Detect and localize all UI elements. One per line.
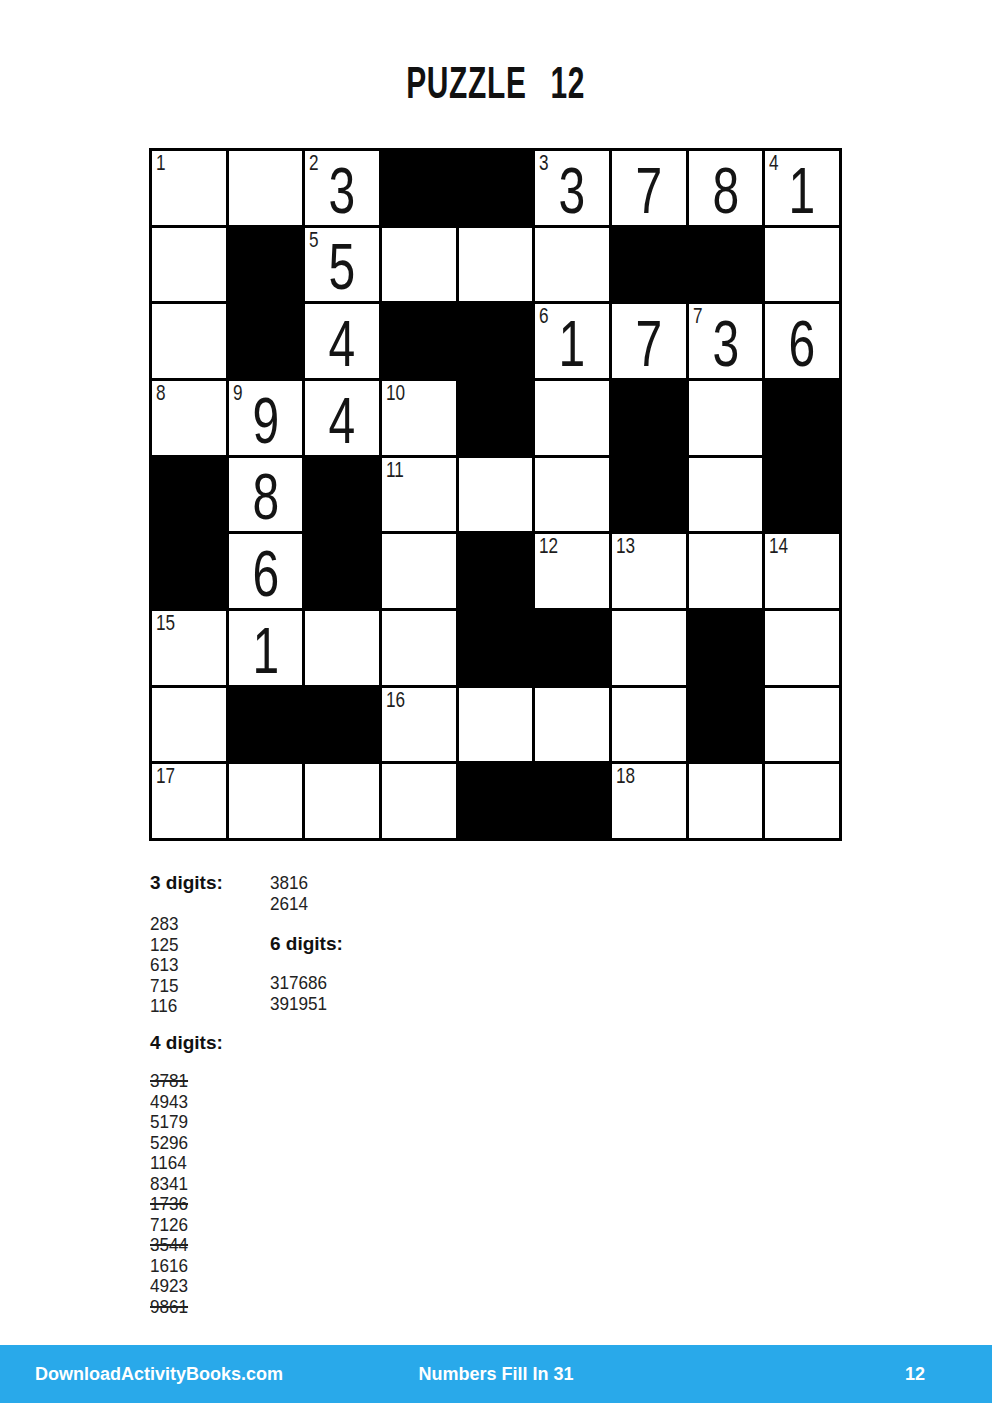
word-list-number: 7126 [150, 1215, 197, 1236]
clue-number: 8 [156, 381, 166, 405]
word-list-number: 4943 [150, 1092, 197, 1113]
white-cell[interactable]: 7 [612, 151, 686, 225]
clue-number: 13 [616, 534, 635, 558]
word-list-number: 4923 [150, 1276, 197, 1297]
six-digits-header-block: 6 digits: [270, 933, 343, 955]
word-list-number: 613 [150, 955, 179, 976]
cell-digit: 5 [329, 235, 356, 299]
black-cell [612, 228, 686, 302]
word-list-number: 8341 [150, 1174, 197, 1195]
white-cell[interactable]: 7 [612, 304, 686, 378]
white-cell[interactable] [765, 764, 839, 838]
clue-number: 2 [309, 151, 319, 175]
white-cell[interactable]: 14 [765, 534, 839, 608]
white-cell[interactable]: 4 [305, 304, 379, 378]
white-cell[interactable]: 8 [152, 381, 226, 455]
clue-number: 14 [769, 534, 788, 558]
cell-digit: 7 [635, 159, 662, 223]
cell-digit: 3 [329, 159, 356, 223]
cell-digit: 9 [252, 389, 279, 453]
black-cell [459, 764, 533, 838]
white-cell[interactable]: 33 [535, 151, 609, 225]
cell-digit: 8 [252, 465, 279, 529]
three-digits-header-block: 3 digits: [150, 872, 223, 894]
white-cell[interactable] [535, 688, 609, 762]
word-list-number: 1164 [150, 1153, 197, 1174]
white-cell[interactable] [765, 228, 839, 302]
black-cell [229, 228, 303, 302]
black-cell [459, 304, 533, 378]
white-cell[interactable]: 4 [305, 381, 379, 455]
footer-page-number: 12 [905, 1364, 925, 1385]
white-cell[interactable]: 23 [305, 151, 379, 225]
clue-number: 18 [616, 764, 635, 788]
white-cell[interactable] [152, 228, 226, 302]
black-cell [689, 611, 763, 685]
clue-number: 15 [156, 611, 175, 635]
white-cell[interactable] [689, 458, 763, 532]
white-cell[interactable] [689, 381, 763, 455]
white-cell[interactable]: 13 [612, 534, 686, 608]
clue-number: 16 [386, 688, 405, 712]
clue-number: 5 [309, 228, 319, 252]
white-cell[interactable] [152, 304, 226, 378]
six-digits-header: 6 digits: [270, 933, 343, 954]
black-cell [459, 534, 533, 608]
white-cell[interactable]: 8 [689, 151, 763, 225]
white-cell[interactable]: 99 [229, 381, 303, 455]
white-cell[interactable] [229, 151, 303, 225]
clue-number: 11 [386, 458, 404, 482]
clue-number: 1 [156, 151, 166, 175]
black-cell [459, 611, 533, 685]
white-cell[interactable]: 1 [229, 611, 303, 685]
white-cell[interactable] [612, 611, 686, 685]
cell-digit: 4 [329, 389, 356, 453]
white-cell[interactable]: 1 [152, 151, 226, 225]
word-list-number: 391951 [270, 994, 327, 1015]
cell-digit: 1 [789, 159, 816, 223]
clue-number: 6 [539, 304, 549, 328]
word-list-number-struck: 1736 [150, 1194, 197, 1215]
black-cell [229, 688, 303, 762]
white-cell[interactable]: 73 [689, 304, 763, 378]
black-cell [459, 151, 533, 225]
clue-number: 9 [233, 381, 243, 405]
word-list-number-struck: 3544 [150, 1235, 197, 1256]
word-list-number: 2614 [270, 894, 308, 915]
word-list-number: 283 [150, 914, 179, 935]
word-list-number: 5296 [150, 1133, 197, 1154]
white-cell[interactable] [535, 458, 609, 532]
white-cell[interactable]: 17 [152, 764, 226, 838]
white-cell[interactable] [229, 764, 303, 838]
white-cell[interactable] [459, 688, 533, 762]
word-list-number-struck: 9861 [150, 1297, 197, 1318]
clue-number: 4 [769, 151, 779, 175]
four-digits-list-col1: 3781494351795296116483411736712635441616… [150, 1071, 202, 1317]
white-cell[interactable]: 10 [382, 381, 456, 455]
cell-digit: 1 [559, 312, 586, 376]
cell-digit: 3 [712, 312, 739, 376]
white-cell[interactable]: 6 [765, 304, 839, 378]
clue-number: 17 [156, 764, 175, 788]
white-cell[interactable]: 11 [382, 458, 456, 532]
white-cell[interactable] [382, 611, 456, 685]
black-cell [152, 458, 226, 532]
puzzle-grid: 1233378415546177368994108116121314151161… [149, 148, 842, 841]
white-cell[interactable] [612, 688, 686, 762]
black-cell [535, 611, 609, 685]
cell-digit: 6 [789, 312, 816, 376]
black-cell [689, 228, 763, 302]
white-cell[interactable] [459, 228, 533, 302]
white-cell[interactable] [382, 534, 456, 608]
cell-digit: 6 [252, 542, 279, 606]
six-digits-list: 317686391951 [270, 973, 333, 1014]
four-digits-header-block: 4 digits: [150, 1032, 223, 1054]
black-cell [152, 534, 226, 608]
cell-digit: 4 [329, 312, 356, 376]
black-cell [535, 764, 609, 838]
word-list-number: 5179 [150, 1112, 197, 1133]
black-cell [459, 381, 533, 455]
white-cell[interactable] [535, 381, 609, 455]
white-cell[interactable]: 55 [305, 228, 379, 302]
white-cell[interactable]: 6 [229, 534, 303, 608]
black-cell [305, 458, 379, 532]
four-digits-list-col2: 38162614 [270, 873, 312, 914]
word-list-number: 125 [150, 935, 179, 956]
black-cell [765, 458, 839, 532]
black-cell [382, 151, 456, 225]
white-cell[interactable] [535, 228, 609, 302]
white-cell[interactable]: 41 [765, 151, 839, 225]
cell-digit: 8 [712, 159, 739, 223]
three-digits-header: 3 digits: [150, 872, 223, 893]
word-list-number: 116 [150, 996, 179, 1017]
four-digits-header: 4 digits: [150, 1032, 223, 1053]
black-cell [382, 304, 456, 378]
word-list-number-struck: 3781 [150, 1071, 197, 1092]
white-cell[interactable]: 12 [535, 534, 609, 608]
black-cell [305, 688, 379, 762]
white-cell[interactable] [305, 764, 379, 838]
footer-bar: DownloadActivityBooks.com Numbers Fill I… [0, 1345, 992, 1403]
white-cell[interactable]: 16 [382, 688, 456, 762]
clue-number: 10 [386, 381, 405, 405]
clue-number: 12 [539, 534, 558, 558]
page-title: PUZZLE 12 [0, 58, 992, 108]
cell-digit: 1 [252, 619, 279, 683]
black-cell [689, 688, 763, 762]
word-list-number: 3816 [270, 873, 308, 894]
white-cell[interactable] [382, 764, 456, 838]
clue-number: 7 [693, 304, 703, 328]
black-cell [612, 381, 686, 455]
black-cell [612, 458, 686, 532]
white-cell[interactable]: 18 [612, 764, 686, 838]
white-cell[interactable] [152, 688, 226, 762]
white-cell[interactable] [305, 611, 379, 685]
word-list-number: 715 [150, 976, 179, 997]
cell-digit: 7 [635, 312, 662, 376]
page-title-text: PUZZLE 12 [406, 58, 585, 108]
black-cell [305, 534, 379, 608]
white-cell[interactable] [765, 688, 839, 762]
white-cell[interactable]: 15 [152, 611, 226, 685]
word-list-number: 317686 [270, 973, 327, 994]
word-list-number: 1616 [150, 1256, 197, 1277]
black-cell [229, 304, 303, 378]
cell-digit: 3 [559, 159, 586, 223]
clue-number: 3 [539, 151, 549, 175]
three-digits-list: 283125613715116 [150, 914, 182, 1017]
white-cell[interactable] [689, 534, 763, 608]
white-cell[interactable] [459, 458, 533, 532]
white-cell[interactable] [765, 611, 839, 685]
white-cell[interactable]: 61 [535, 304, 609, 378]
footer-puzzle-name: Numbers Fill In 31 [0, 1364, 992, 1385]
black-cell [765, 381, 839, 455]
white-cell[interactable] [689, 764, 763, 838]
white-cell[interactable]: 8 [229, 458, 303, 532]
white-cell[interactable] [382, 228, 456, 302]
